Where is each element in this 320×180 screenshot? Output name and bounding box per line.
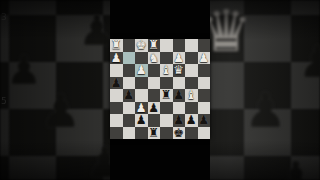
- piece-bP-g5: ♟: [123, 89, 134, 101]
- square-d1[interactable]: [160, 39, 173, 52]
- piece-wP-f6: ♟: [136, 101, 147, 113]
- square-h1[interactable]: ♜: [110, 39, 123, 52]
- square-d8[interactable]: [160, 127, 173, 140]
- square-g5[interactable]: ♟: [123, 89, 136, 102]
- piece-bP-f7: ♟: [136, 114, 147, 126]
- square-f5[interactable]: [135, 89, 148, 102]
- piece-wR-e1: ♜: [148, 39, 159, 51]
- square-b1[interactable]: [185, 39, 198, 52]
- square-d5[interactable]: ♜: [160, 89, 173, 102]
- square-h6[interactable]: [110, 102, 123, 115]
- piece-bP-c5: ♟: [173, 89, 184, 101]
- square-e3[interactable]: [148, 64, 161, 77]
- square-d3[interactable]: ♝: [160, 64, 173, 77]
- square-a3[interactable]: [198, 64, 211, 77]
- piece-wK-f1: ♚: [136, 39, 147, 51]
- piece-bP-c7: ♟: [173, 114, 184, 126]
- square-b6[interactable]: [185, 102, 198, 115]
- square-f2[interactable]: [135, 52, 148, 65]
- square-a2[interactable]: ♟: [198, 52, 211, 65]
- piece-wB-b5: ♝: [186, 89, 197, 101]
- square-a5[interactable]: [198, 89, 211, 102]
- piece-wB-d3: ♝: [161, 64, 172, 76]
- square-c4[interactable]: [173, 77, 186, 90]
- square-f1[interactable]: ♚: [135, 39, 148, 52]
- piece-wQ-c3: ♛: [173, 64, 184, 76]
- piece-wP-c2: ♟: [173, 51, 184, 63]
- square-a8[interactable]: [198, 127, 211, 140]
- square-d2[interactable]: [160, 52, 173, 65]
- square-c7[interactable]: ♟: [173, 114, 186, 127]
- square-e8[interactable]: ♜: [148, 127, 161, 140]
- square-h2[interactable]: ♟: [110, 52, 123, 65]
- square-e1[interactable]: ♜: [148, 39, 161, 52]
- square-b8[interactable]: [185, 127, 198, 140]
- square-c3[interactable]: ♛: [173, 64, 186, 77]
- square-f4[interactable]: [135, 77, 148, 90]
- square-d4[interactable]: [160, 77, 173, 90]
- square-e6[interactable]: ♟: [148, 102, 161, 115]
- square-f7[interactable]: ♟: [135, 114, 148, 127]
- square-e2[interactable]: ♞: [148, 52, 161, 65]
- square-g7[interactable]: [123, 114, 136, 127]
- piece-bK-c8: ♚: [173, 126, 184, 138]
- square-c5[interactable]: ♟: [173, 89, 186, 102]
- square-h8[interactable]: [110, 127, 123, 140]
- square-b3[interactable]: [185, 64, 198, 77]
- square-a4[interactable]: [198, 77, 211, 90]
- square-a7[interactable]: ♟: [198, 114, 211, 127]
- square-e5[interactable]: [148, 89, 161, 102]
- piece-bP-e6: ♟: [148, 101, 159, 113]
- square-e4[interactable]: [148, 77, 161, 90]
- piece-wP-a2: ♟: [198, 51, 209, 63]
- piece-bP-b7: ♟: [186, 114, 197, 126]
- square-a1[interactable]: [198, 39, 211, 52]
- square-e7[interactable]: [148, 114, 161, 127]
- square-h3[interactable]: [110, 64, 123, 77]
- square-b4[interactable]: [185, 77, 198, 90]
- square-c2[interactable]: ♟: [173, 52, 186, 65]
- piece-bR-e8: ♜: [148, 126, 159, 138]
- square-b7[interactable]: ♟: [185, 114, 198, 127]
- square-g1[interactable]: [123, 39, 136, 52]
- square-f6[interactable]: ♟: [135, 102, 148, 115]
- piece-bR-d5: ♜: [161, 89, 172, 101]
- piece-wR-h1: ♜: [111, 39, 122, 51]
- square-g3[interactable]: [123, 64, 136, 77]
- square-d6[interactable]: [160, 102, 173, 115]
- square-c6[interactable]: [173, 102, 186, 115]
- piece-wP-f3: ♟: [136, 64, 147, 76]
- square-g2[interactable]: [123, 52, 136, 65]
- square-g4[interactable]: [123, 77, 136, 90]
- square-c1[interactable]: [173, 39, 186, 52]
- square-b2[interactable]: [185, 52, 198, 65]
- square-f3[interactable]: ♟: [135, 64, 148, 77]
- square-b5[interactable]: ♝: [185, 89, 198, 102]
- square-h7[interactable]: [110, 114, 123, 127]
- piece-wN-e2: ♞: [148, 51, 159, 63]
- square-g6[interactable]: [123, 102, 136, 115]
- square-g8[interactable]: [123, 127, 136, 140]
- square-h4[interactable]: ♟: [110, 77, 123, 90]
- square-a6[interactable]: [198, 102, 211, 115]
- square-h5[interactable]: [110, 89, 123, 102]
- piece-wP-h2: ♟: [111, 51, 122, 63]
- square-c8[interactable]: ♚: [173, 127, 186, 140]
- piece-bP-h4: ♟: [111, 76, 122, 88]
- chess-board[interactable]: ♜♚♜♟♞♟♟♟♝♛♟♟♜♟♝♟♟♟♟♟♟♜♚: [110, 39, 210, 139]
- square-d7[interactable]: [160, 114, 173, 127]
- square-f8[interactable]: [135, 127, 148, 140]
- piece-bP-a7: ♟: [198, 114, 209, 126]
